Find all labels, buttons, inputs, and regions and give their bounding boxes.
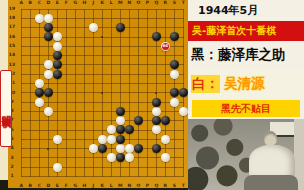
row-label-left: 3 (8, 156, 16, 161)
col-label-bottom: B (27, 184, 33, 189)
stone-white-J4[interactable] (89, 144, 98, 153)
channel-banner: 明明谈棋 (0, 70, 12, 147)
stone-black-Q7[interactable] (152, 116, 161, 125)
stone-black-N6[interactable] (125, 125, 134, 134)
star-point (101, 36, 103, 38)
stone-black-S13[interactable] (170, 60, 179, 69)
col-label-bottom: F (63, 184, 69, 189)
stone-white-M7[interactable] (116, 116, 125, 125)
game-date: 1944年5月 (188, 0, 304, 21)
col-label-bottom: C (36, 184, 42, 189)
stone-black-Q16[interactable] (152, 32, 161, 41)
stone-white-D13[interactable] (44, 60, 53, 69)
stone-white-L6[interactable] (107, 125, 116, 134)
col-label-bottom: R (162, 184, 168, 189)
stone-white-E15[interactable] (53, 42, 62, 51)
col-label-bottom: G (72, 184, 78, 189)
stone-black-M3[interactable] (116, 153, 125, 162)
col-label-top: P (144, 1, 150, 6)
col-label-bottom: N (126, 184, 132, 189)
photo-person-lap (244, 175, 298, 190)
stone-black-K4[interactable] (98, 144, 107, 153)
row-label-left: 19 (8, 7, 16, 12)
col-label-bottom: T (180, 184, 186, 189)
white-player-line: 白： 吴清源 (188, 69, 304, 98)
row-label-left: 14 (8, 53, 16, 58)
col-label-bottom: D (45, 184, 51, 189)
grid-hline (21, 176, 184, 177)
col-label-top: Q (153, 1, 159, 6)
col-label-bottom: K (99, 184, 105, 189)
white-label: 白： (191, 75, 220, 93)
stone-white-J17[interactable] (89, 23, 98, 32)
stone-black-E12[interactable] (53, 70, 62, 79)
board-bottom-edge (8, 188, 188, 190)
stone-black-M17[interactable] (116, 23, 125, 32)
col-label-bottom: P (144, 184, 150, 189)
stone-white-R3[interactable] (161, 153, 170, 162)
grid-vline (75, 9, 76, 177)
stone-white-Q8[interactable] (152, 107, 161, 116)
grid-vline (111, 9, 112, 177)
stone-black-O4[interactable] (134, 144, 143, 153)
col-label-bottom: A (18, 184, 24, 189)
stone-black-E14[interactable] (53, 51, 62, 60)
stone-white-D12[interactable] (44, 70, 53, 79)
col-label-bottom: E (54, 184, 60, 189)
white-player-name: 吴清源 (224, 75, 265, 93)
stone-white-M4[interactable] (116, 144, 125, 153)
stone-black-O7[interactable] (134, 116, 143, 125)
col-label-top: O (135, 1, 141, 6)
row-label-left: 1 (8, 174, 16, 179)
col-label-top: J (90, 1, 96, 6)
col-label-top: S (171, 1, 177, 6)
stone-white-D8[interactable] (44, 107, 53, 116)
stone-black-D16[interactable] (44, 32, 53, 41)
stone-black-C10[interactable] (35, 88, 44, 97)
black-player-line: 黑： 藤泽库之助 (188, 41, 304, 69)
stone-black-M8[interactable] (116, 107, 125, 116)
col-label-top: D (45, 1, 51, 6)
star-point (101, 92, 103, 94)
stone-black-D17[interactable] (44, 23, 53, 32)
go-board[interactable]: AABBCCDDEEFFGGHHJJKKLLMMNNOOPPQQRRSSTT19… (8, 0, 188, 190)
grid-vline (147, 9, 148, 177)
col-label-top: C (36, 1, 42, 6)
col-label-top: K (99, 1, 105, 6)
grid-vline (165, 9, 166, 177)
row-label-left: 16 (8, 35, 16, 40)
grid-vline (30, 9, 31, 177)
stone-white-N4[interactable] (125, 144, 134, 153)
stone-white-E16[interactable] (53, 32, 62, 41)
channel-banner-text: 明明谈棋 (1, 107, 11, 111)
stone-white-N3[interactable] (125, 153, 134, 162)
col-label-bottom: J (90, 184, 96, 189)
stone-black-M5[interactable] (116, 135, 125, 144)
col-label-top: M (117, 1, 123, 6)
col-label-top: A (18, 1, 24, 6)
info-panel: 1944年5月 吴-藤泽首次十番棋 黑： 藤泽库之助 白： 吴清源 黑先不贴目 (188, 0, 304, 190)
row-label-left: 17 (8, 25, 16, 30)
stone-white-D18[interactable] (44, 14, 53, 23)
photo-person-shirt (249, 145, 295, 179)
col-label-bottom: O (135, 184, 141, 189)
stone-white-L3[interactable] (107, 153, 116, 162)
grid-hline (21, 157, 184, 158)
col-label-bottom: H (81, 184, 87, 189)
grid-hline (21, 9, 184, 10)
stone-black-M6[interactable] (116, 125, 125, 134)
col-label-top: G (72, 1, 78, 6)
star-point (155, 92, 157, 94)
col-label-bottom: L (108, 184, 114, 189)
move-number-marker: 64 (162, 43, 169, 50)
stone-white-K5[interactable] (98, 135, 107, 144)
stone-black-S16[interactable] (170, 32, 179, 41)
col-label-top: L (108, 1, 114, 6)
row-label-left: 15 (8, 44, 16, 49)
stone-black-Q4[interactable] (152, 144, 161, 153)
col-label-bottom: M (117, 184, 123, 189)
grid-hline (21, 55, 184, 56)
grid-hline (21, 46, 184, 47)
col-label-bottom: Q (153, 184, 159, 189)
stone-white-C18[interactable] (35, 14, 44, 23)
photo-person-head (264, 131, 277, 146)
col-label-bottom: S (171, 184, 177, 189)
stone-black-D10[interactable] (44, 88, 53, 97)
stone-black-E13[interactable] (53, 60, 62, 69)
col-label-top: B (27, 1, 33, 6)
col-label-top: E (54, 1, 60, 6)
stone-white-C9[interactable] (35, 98, 44, 107)
col-label-top: T (180, 1, 186, 6)
grid-vline (84, 9, 85, 177)
stone-white-C11[interactable] (35, 79, 44, 88)
stone-black-T10[interactable] (179, 88, 188, 97)
col-label-top: N (126, 1, 132, 6)
match-title-banner: 吴-藤泽首次十番棋 (188, 21, 304, 41)
stone-white-S12[interactable] (170, 70, 179, 79)
col-label-top: F (63, 1, 69, 6)
grid-hline (21, 167, 184, 168)
stone-white-L5[interactable] (107, 135, 116, 144)
stone-white-E5[interactable] (53, 135, 62, 144)
black-player-name: 藤泽库之助 (218, 46, 286, 64)
stone-white-T8[interactable] (179, 107, 188, 116)
stone-white-R5[interactable] (161, 135, 170, 144)
grid-vline (21, 9, 22, 177)
stone-white-Q6[interactable] (152, 125, 161, 134)
rule-banner: 黑先不贴目 (192, 100, 300, 117)
black-label: 黑： (191, 46, 218, 64)
grid-vline (66, 9, 67, 177)
col-label-top: H (81, 1, 87, 6)
stone-black-S10[interactable] (170, 88, 179, 97)
row-label-left: 13 (8, 63, 16, 68)
screenshot-stage: 明明谈棋 AABBCCDDEEFFGGHHJJKKLLMMNNOOPPQQRRS… (0, 0, 304, 190)
player-photo (188, 119, 304, 190)
row-label-left: 18 (8, 16, 16, 21)
stone-black-R7[interactable] (161, 116, 170, 125)
stone-white-S9[interactable] (170, 98, 179, 107)
stone-white-R15[interactable]: 64 (161, 42, 170, 51)
stone-black-Q9[interactable] (152, 98, 161, 107)
stone-white-E2[interactable] (53, 163, 62, 172)
grid-hline (21, 83, 184, 84)
col-label-top: R (162, 1, 168, 6)
row-label-left: 2 (8, 165, 16, 170)
